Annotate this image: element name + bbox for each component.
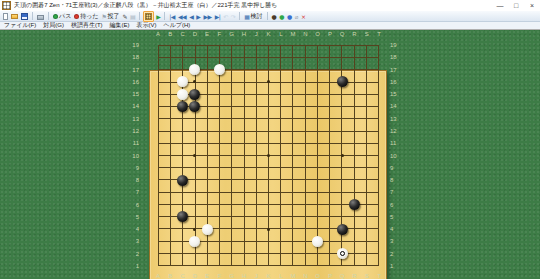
go-last-button[interactable]: ▶| xyxy=(214,12,222,21)
grid-cell xyxy=(367,217,379,229)
black-stone-C8[interactable] xyxy=(177,175,188,186)
grid-cell xyxy=(257,46,269,58)
menu-bar: ファイル(F)対局(G)棋譜再生(T)編集(E)表示(V)ヘルプ(H) xyxy=(0,22,540,30)
grid-cell xyxy=(159,168,171,180)
grid-cell xyxy=(159,144,171,156)
grid-cell xyxy=(269,144,281,156)
grid-cell xyxy=(306,58,318,70)
grid-cell xyxy=(171,119,183,131)
grid-cell xyxy=(293,107,305,119)
grid-cell xyxy=(318,193,330,205)
col-label-top: R xyxy=(348,31,360,38)
row-label-right: 4 xyxy=(390,226,404,233)
grid-cell xyxy=(330,180,342,192)
grid-cell xyxy=(355,180,367,192)
grid-cell xyxy=(159,107,171,119)
grid-cell xyxy=(245,156,257,168)
grid-cell xyxy=(281,254,293,266)
grid-cell xyxy=(330,132,342,144)
grid-cell xyxy=(257,132,269,144)
grid-cell xyxy=(245,83,257,95)
open-folder-icon xyxy=(11,14,18,19)
delete-red-icon: × xyxy=(301,12,306,21)
grid-cell xyxy=(159,254,171,266)
grid-cell xyxy=(367,156,379,168)
grid-cell xyxy=(281,83,293,95)
back-one-icon: ◀ xyxy=(189,12,193,21)
black-stone-Q16[interactable] xyxy=(337,76,348,87)
grid-cell xyxy=(171,242,183,254)
grid-cell xyxy=(355,242,367,254)
grid-cell xyxy=(342,132,354,144)
grid-cell xyxy=(367,168,379,180)
grid-cell xyxy=(281,156,293,168)
grid-cell xyxy=(355,107,367,119)
grid-cell xyxy=(355,132,367,144)
grid-cell xyxy=(269,168,281,180)
grid-cell xyxy=(245,193,257,205)
maximize-button[interactable]: □ xyxy=(508,0,524,11)
forward-fast-icon: ▶▶ xyxy=(203,12,211,21)
grid-cell xyxy=(232,58,244,70)
grid-cell xyxy=(293,217,305,229)
white-stone-F17[interactable] xyxy=(214,64,225,75)
row-label-left: 6 xyxy=(125,202,139,209)
col-label-bottom: G xyxy=(226,273,238,279)
grid-cell xyxy=(183,119,195,131)
grid-cell xyxy=(159,242,171,254)
grid-cell xyxy=(245,132,257,144)
board-mode-button[interactable] xyxy=(143,11,154,22)
eraser-button[interactable]: ⌀ xyxy=(294,12,299,21)
grid-cell xyxy=(355,95,367,107)
grid-cell xyxy=(257,156,269,168)
resign-button[interactable]: ⚑投了 xyxy=(101,12,121,21)
grid-cell xyxy=(232,242,244,254)
stone-tool-black-button[interactable]: ● xyxy=(271,12,278,21)
grid-cell xyxy=(367,119,379,131)
branch-next-icon: ↷ xyxy=(231,12,236,21)
toolbar-separator xyxy=(48,12,49,20)
menu-file[interactable]: ファイル(F) xyxy=(4,21,36,30)
grid-cell xyxy=(208,156,220,168)
grid-cell xyxy=(196,205,208,217)
save-button[interactable] xyxy=(20,12,29,21)
grid-cell xyxy=(269,70,281,82)
title-bar: 天頂の囲碁7 Zen・71王座戦(3)／余正麒八段（黒）－井山裕太王座（白）／2… xyxy=(0,0,540,11)
grid-cell xyxy=(293,83,305,95)
grid-cell xyxy=(355,58,367,70)
grid-cell xyxy=(269,83,281,95)
grid-cell xyxy=(367,205,379,217)
row-label-left: 13 xyxy=(125,116,139,123)
menu-help[interactable]: ヘルプ(H) xyxy=(164,21,191,30)
grid-cell xyxy=(171,58,183,70)
col-label-top: N xyxy=(299,31,311,38)
grid-cell xyxy=(281,95,293,107)
grid-cell xyxy=(245,70,257,82)
row-label-left: 7 xyxy=(125,189,139,196)
grid-cell xyxy=(232,180,244,192)
grid-cell xyxy=(220,107,232,119)
grid-cell xyxy=(342,156,354,168)
grid-cell xyxy=(281,242,293,254)
col-label-top: H xyxy=(238,31,250,38)
grid-cell xyxy=(183,254,195,266)
eraser-icon: ⌀ xyxy=(295,12,298,21)
menu-game[interactable]: 対局(G) xyxy=(43,21,64,30)
go-last-icon: ▶| xyxy=(215,12,221,21)
grid-cell xyxy=(318,254,330,266)
grid-cell xyxy=(318,58,330,70)
grid-cell xyxy=(318,144,330,156)
grid-cell xyxy=(355,156,367,168)
row-label-left: 9 xyxy=(125,165,139,172)
save-icon xyxy=(21,13,28,20)
go-first-icon: |◀ xyxy=(169,12,175,21)
app-icon xyxy=(2,1,11,10)
grid-cell xyxy=(355,83,367,95)
grid-cell xyxy=(281,119,293,131)
grid-cell xyxy=(245,95,257,107)
back-fast-button[interactable]: ◀◀ xyxy=(177,12,187,21)
col-label-bottom: R xyxy=(348,273,360,279)
grid-cell xyxy=(367,95,379,107)
grid-cell xyxy=(220,168,232,180)
minimize-button[interactable]: — xyxy=(492,0,508,11)
row-label-left: 3 xyxy=(125,238,139,245)
grid-cell xyxy=(245,205,257,217)
row-label-right: 2 xyxy=(390,251,404,258)
pass-button[interactable]: パス xyxy=(52,12,72,21)
grid-cell xyxy=(318,119,330,131)
grid-cell xyxy=(183,132,195,144)
grid-cell xyxy=(220,132,232,144)
grid-cell xyxy=(355,229,367,241)
grid-cell xyxy=(159,46,171,58)
grid-cell xyxy=(318,168,330,180)
col-label-bottom: P xyxy=(324,273,336,279)
col-label-bottom: L xyxy=(275,273,287,279)
grid-cell xyxy=(293,168,305,180)
grid-cell xyxy=(183,46,195,58)
grid-cell xyxy=(245,229,257,241)
grid-cell xyxy=(208,205,220,217)
grid-cell xyxy=(269,132,281,144)
play-button[interactable]: ▶ xyxy=(155,12,161,21)
grid-cell xyxy=(245,242,257,254)
grid-cell xyxy=(306,193,318,205)
window-title: 天頂の囲碁7 Zen・71王座戦(3)／余正麒八段（黒）－井山裕太王座（白）／2… xyxy=(14,1,492,10)
grid-cell xyxy=(355,217,367,229)
grid-cell xyxy=(293,95,305,107)
forward-one-icon: ▶ xyxy=(196,12,200,21)
grid-cell xyxy=(367,193,379,205)
grid-cell xyxy=(269,180,281,192)
white-stone-Q2[interactable] xyxy=(337,248,348,259)
grid-cell xyxy=(257,168,269,180)
grid-cell xyxy=(330,205,342,217)
pass-label: パス xyxy=(59,12,71,21)
col-label-bottom: J xyxy=(250,273,262,279)
grid-cell xyxy=(196,46,208,58)
col-label-top: E xyxy=(201,31,213,38)
grid-cell xyxy=(159,83,171,95)
grid-cell xyxy=(220,144,232,156)
back-fast-icon: ◀◀ xyxy=(178,12,186,21)
grid-cell xyxy=(220,119,232,131)
grid-cell xyxy=(342,180,354,192)
grid-cell xyxy=(245,119,257,131)
grid-cell xyxy=(245,180,257,192)
board-area: AABBCCDDEEFFGGHHJJKKLLMMNNOOPPQQRRSSTT19… xyxy=(0,30,540,279)
row-label-left: 10 xyxy=(125,153,139,160)
row-label-left: 16 xyxy=(125,79,139,86)
undo-move-button[interactable]: 待った xyxy=(73,12,99,21)
grid-cell xyxy=(269,217,281,229)
grid-cell xyxy=(269,205,281,217)
undo-move-label: 待った xyxy=(80,12,98,21)
col-label-top: O xyxy=(312,31,324,38)
grid-cell xyxy=(293,70,305,82)
grid-cell xyxy=(159,95,171,107)
grid-cell xyxy=(220,205,232,217)
print-button[interactable] xyxy=(36,12,45,21)
grid-cell xyxy=(269,95,281,107)
grid-cell xyxy=(281,144,293,156)
row-label-right: 6 xyxy=(390,202,404,209)
new-document-button[interactable] xyxy=(2,12,9,21)
grid-cell xyxy=(257,229,269,241)
row-label-left: 4 xyxy=(125,226,139,233)
grid-cell xyxy=(171,46,183,58)
grid-cell xyxy=(293,119,305,131)
grid-cell xyxy=(330,193,342,205)
col-label-bottom: A xyxy=(152,273,164,279)
grid-cell xyxy=(281,168,293,180)
col-label-bottom: T xyxy=(373,273,385,279)
col-label-top: G xyxy=(226,31,238,38)
grid-cell xyxy=(245,217,257,229)
grid-cell xyxy=(281,46,293,58)
forward-fast-button[interactable]: ▶▶ xyxy=(202,12,212,21)
grid-cell xyxy=(367,144,379,156)
grid-cell xyxy=(306,119,318,131)
col-label-top: A xyxy=(152,31,164,38)
grid-cell xyxy=(232,168,244,180)
grid-cell xyxy=(159,70,171,82)
close-button[interactable]: × xyxy=(524,0,540,11)
grid-cell xyxy=(306,95,318,107)
grid-cell xyxy=(232,83,244,95)
row-label-left: 12 xyxy=(125,128,139,135)
black-stone-C14[interactable] xyxy=(177,101,188,112)
grid-cell xyxy=(293,144,305,156)
grid-cell xyxy=(220,180,232,192)
grid-cell xyxy=(281,229,293,241)
menu-view[interactable]: 表示(V) xyxy=(137,21,157,30)
grid-cell xyxy=(257,83,269,95)
black-stone-D15[interactable] xyxy=(189,89,200,100)
grid-cell xyxy=(208,83,220,95)
grid-cell xyxy=(257,119,269,131)
grid-cell xyxy=(171,156,183,168)
grid-cell xyxy=(318,70,330,82)
analysis-button[interactable]: ▦検討 xyxy=(243,12,263,21)
row-label-left: 15 xyxy=(125,91,139,98)
pencil-icon: ✎ xyxy=(122,12,127,21)
grid-cell xyxy=(330,95,342,107)
white-stone-E4[interactable] xyxy=(202,224,213,235)
grid-cell xyxy=(245,46,257,58)
grid-cell xyxy=(293,156,305,168)
delete-red-button[interactable]: × xyxy=(300,12,307,21)
branch-next-button[interactable]: ↷ xyxy=(230,12,237,21)
grid-cell xyxy=(171,132,183,144)
grid-cell xyxy=(355,168,367,180)
grid-cell xyxy=(159,119,171,131)
grid-cell xyxy=(208,144,220,156)
grid-cell xyxy=(232,193,244,205)
stone-tool-green-button[interactable]: ● xyxy=(278,12,285,21)
grid-cell xyxy=(159,217,171,229)
grid-cell xyxy=(171,193,183,205)
grid-cell xyxy=(306,156,318,168)
black-stone-Q4[interactable] xyxy=(337,224,348,235)
new-document-icon xyxy=(3,13,8,20)
grid-cell xyxy=(257,242,269,254)
board-mode-icon xyxy=(145,13,152,20)
grid-cell xyxy=(293,58,305,70)
grid-cell xyxy=(306,205,318,217)
grid-cell xyxy=(367,46,379,58)
open-folder-button[interactable] xyxy=(10,12,19,21)
grid-cell xyxy=(220,242,232,254)
white-stone-C15[interactable] xyxy=(177,89,188,100)
grid-cell xyxy=(293,193,305,205)
grid-cell xyxy=(269,58,281,70)
app-window: 天頂の囲碁7 Zen・71王座戦(3)／余正麒八段（黒）－井山裕太王座（白）／2… xyxy=(0,0,540,279)
grid-cell xyxy=(208,107,220,119)
grid-cell xyxy=(208,132,220,144)
pencil-button[interactable]: ✎ xyxy=(121,12,128,21)
grid-cell xyxy=(220,217,232,229)
grid-cell xyxy=(355,46,367,58)
row-label-right: 11 xyxy=(390,140,404,147)
grid-cell xyxy=(232,217,244,229)
stone-tool-blue-button[interactable]: ● xyxy=(286,12,293,21)
toolbar-separator xyxy=(239,12,240,20)
grid-cell xyxy=(159,132,171,144)
grid-cell xyxy=(342,46,354,58)
col-label-bottom: H xyxy=(238,273,250,279)
grid-cell xyxy=(281,205,293,217)
col-label-bottom: F xyxy=(213,273,225,279)
toolbar-separator xyxy=(139,12,140,20)
grid-cell xyxy=(281,217,293,229)
grid-cell xyxy=(330,58,342,70)
grid-cell xyxy=(306,254,318,266)
forward-one-button[interactable]: ▶ xyxy=(195,12,201,21)
go-first-button[interactable]: |◀ xyxy=(168,12,176,21)
grid-cell xyxy=(318,205,330,217)
play-icon: ▶ xyxy=(156,12,160,21)
grid-cell xyxy=(220,46,232,58)
resign-label: 投了 xyxy=(107,12,119,21)
col-label-top: L xyxy=(275,31,287,38)
grid-cell xyxy=(367,107,379,119)
grid-cell xyxy=(232,254,244,266)
grid-cell xyxy=(208,180,220,192)
grid-cell xyxy=(245,168,257,180)
menu-replay[interactable]: 棋譜再生(T) xyxy=(71,21,103,30)
grid-cell xyxy=(293,242,305,254)
grid-cell xyxy=(208,119,220,131)
grid-cell xyxy=(232,144,244,156)
grid-cell xyxy=(355,119,367,131)
stone-tool-green-icon: ● xyxy=(279,12,284,21)
analysis-label: 検討 xyxy=(251,12,263,21)
grid-cell xyxy=(196,119,208,131)
grid-cell xyxy=(330,107,342,119)
row-label-right: 12 xyxy=(390,128,404,135)
grid-cell xyxy=(367,70,379,82)
col-label-top: T xyxy=(373,31,385,38)
grid-cell xyxy=(183,156,195,168)
grid-cell xyxy=(220,156,232,168)
last-move-marker xyxy=(340,251,345,256)
grid-cell xyxy=(245,58,257,70)
grid-cell xyxy=(342,95,354,107)
grid-cell xyxy=(232,95,244,107)
grid-cell xyxy=(208,95,220,107)
col-label-bottom: Q xyxy=(336,273,348,279)
grid-cell xyxy=(159,193,171,205)
mark-icon: ▤ xyxy=(130,12,135,21)
grid-cell xyxy=(232,70,244,82)
branch-prev-button[interactable]: ↶ xyxy=(222,12,229,21)
grid-cell xyxy=(318,132,330,144)
col-label-bottom: D xyxy=(189,273,201,279)
grid-cell xyxy=(281,58,293,70)
grid-cell xyxy=(306,144,318,156)
grid-cell xyxy=(293,254,305,266)
grid-cell xyxy=(342,119,354,131)
row-label-left: 5 xyxy=(125,214,139,221)
grid-cell xyxy=(245,144,257,156)
col-label-bottom: B xyxy=(164,273,176,279)
grid-cell xyxy=(208,242,220,254)
grid-cell xyxy=(196,168,208,180)
grid-cell xyxy=(330,119,342,131)
menu-edit[interactable]: 編集(E) xyxy=(110,21,130,30)
grid-cell xyxy=(257,58,269,70)
stone-tool-black-icon: ● xyxy=(272,12,277,21)
grid-cell xyxy=(269,107,281,119)
undo-move-icon xyxy=(74,14,79,19)
grid-cell xyxy=(220,83,232,95)
grid-cell xyxy=(196,156,208,168)
grid-cell xyxy=(159,180,171,192)
star-point xyxy=(341,154,344,157)
stone-tool-blue-icon: ● xyxy=(287,12,292,21)
mark-button[interactable]: ▤ xyxy=(129,12,136,21)
row-label-left: 8 xyxy=(125,177,139,184)
branch-prev-icon: ↶ xyxy=(223,12,228,21)
back-one-button[interactable]: ◀ xyxy=(188,12,194,21)
grid-cell xyxy=(367,58,379,70)
toolbar-separator xyxy=(164,12,165,20)
